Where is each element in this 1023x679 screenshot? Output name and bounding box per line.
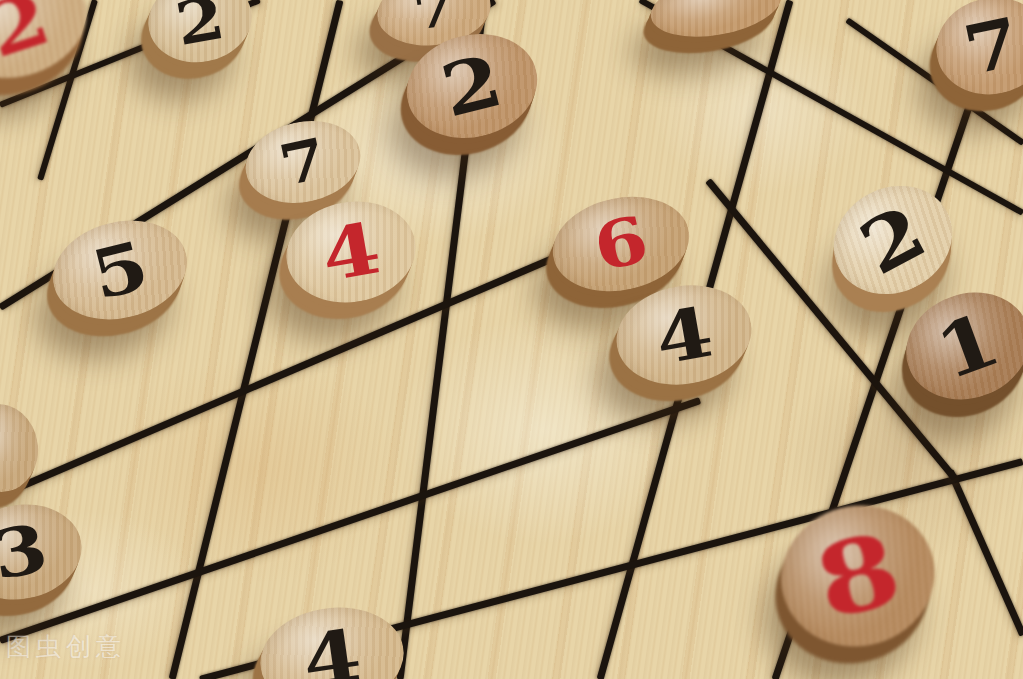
watermark: 图虫创意: [6, 630, 126, 663]
disc-digit: 4: [316, 212, 385, 292]
disc-digit: 7: [275, 130, 332, 194]
disc-digit: 3: [0, 515, 52, 590]
disc-digit: 7: [411, 0, 458, 37]
disc-digit: 2: [171, 0, 228, 53]
disc-digit: 1: [927, 301, 1008, 390]
board-photo: 227757246421834 图虫创意: [0, 0, 1023, 679]
disc-digit: 4: [298, 619, 365, 679]
disc-digit: 2: [0, 0, 58, 68]
disc-digit: 8: [807, 518, 909, 633]
disc-digit: 7: [958, 7, 1023, 84]
disc-digit: 2: [435, 44, 509, 127]
disc-digit: 2: [849, 194, 936, 287]
disc-digit: 4: [650, 296, 717, 374]
disc-digit: 5: [85, 231, 155, 309]
disc-digit: 6: [588, 207, 653, 281]
